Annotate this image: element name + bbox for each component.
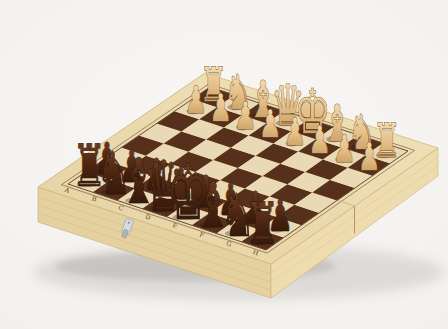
- piece-glyph: ♟: [259, 102, 282, 147]
- piece-white-pawn-c2[interactable]: ♟: [234, 94, 257, 139]
- piece-glyph: ♟: [308, 118, 331, 163]
- piece-glyph: ♟: [184, 78, 207, 123]
- piece-white-pawn-d2[interactable]: ♟: [259, 102, 282, 147]
- piece-white-pawn-h2[interactable]: ♟: [358, 134, 381, 179]
- piece-glyph: ♟: [234, 94, 257, 139]
- piece-glyph: ♜: [245, 190, 280, 258]
- piece-glyph: ♟: [358, 134, 381, 179]
- piece-white-pawn-b2[interactable]: ♟: [209, 86, 232, 131]
- chess-set-photo: ABCDEFGH♜♞♟♝♟♛♟♚♟♝♟♞♟♜♟♟♟♟♜♟♞♟♝♟♛♟♚♟♝♟♞♜: [0, 0, 448, 329]
- piece-glyph: ♟: [209, 86, 232, 131]
- product-photo: ABCDEFGH♜♞♟♝♟♛♟♚♟♝♟♞♟♜♟♟♟♟♜♟♞♟♝♟♛♟♚♟♝♟♞♜: [0, 0, 448, 329]
- piece-black-rook-h8[interactable]: ♜: [245, 190, 280, 258]
- piece-white-pawn-f2[interactable]: ♟: [308, 118, 331, 163]
- piece-glyph: ♟: [333, 126, 356, 171]
- piece-white-pawn-g2[interactable]: ♟: [333, 126, 356, 171]
- piece-glyph: ♟: [283, 110, 306, 155]
- piece-white-pawn-a2[interactable]: ♟: [184, 78, 207, 123]
- piece-white-pawn-e2[interactable]: ♟: [283, 110, 306, 155]
